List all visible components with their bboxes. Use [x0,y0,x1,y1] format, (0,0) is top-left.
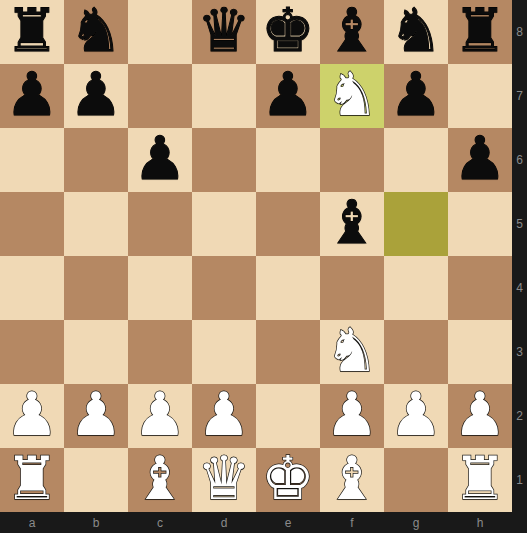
rank-label-5: 5 [512,192,527,256]
square-b2[interactable]: ♟ [64,384,128,448]
square-a6[interactable] [0,128,64,192]
square-h2[interactable]: ♟ [448,384,512,448]
square-d8[interactable]: ♛ [192,0,256,64]
square-b8[interactable]: ♞ [64,0,128,64]
square-d6[interactable] [192,128,256,192]
black-knight-g8[interactable]: ♞ [389,0,443,62]
square-g6[interactable] [384,128,448,192]
file-label-a: a [0,512,64,533]
file-label-b: b [64,512,128,533]
white-bishop-f1[interactable]: ♝ [325,446,379,510]
black-knight-b8[interactable]: ♞ [69,0,123,62]
square-a1[interactable]: ♜ [0,448,64,512]
file-coordinates: abcdefgh [0,512,512,533]
square-c4[interactable] [128,256,192,320]
white-pawn-d2[interactable]: ♟ [197,382,251,446]
square-h8[interactable]: ♜ [448,0,512,64]
square-a2[interactable]: ♟ [0,384,64,448]
rank-label-7: 7 [512,64,527,128]
square-h6[interactable]: ♟ [448,128,512,192]
chess-app: ♜♞♛♚♝♞♜♟♟♟♞♟♟♟♝♞♟♟♟♟♟♟♟♜♝♛♚♝♜ 87654321 a… [0,0,527,533]
square-e8[interactable]: ♚ [256,0,320,64]
file-label-d: d [192,512,256,533]
square-a8[interactable]: ♜ [0,0,64,64]
black-pawn-g7[interactable]: ♟ [389,62,443,126]
white-king-e1[interactable]: ♚ [261,446,315,510]
square-b3[interactable] [64,320,128,384]
square-a7[interactable]: ♟ [0,64,64,128]
square-d7[interactable] [192,64,256,128]
white-pawn-a2[interactable]: ♟ [5,382,59,446]
black-king-e8[interactable]: ♚ [261,0,315,62]
rank-label-2: 2 [512,384,527,448]
square-g4[interactable] [384,256,448,320]
white-rook-a1[interactable]: ♜ [5,446,59,510]
black-pawn-b7[interactable]: ♟ [69,62,123,126]
white-queen-d1[interactable]: ♛ [197,446,251,510]
square-e2[interactable] [256,384,320,448]
square-g5[interactable] [384,192,448,256]
square-b4[interactable] [64,256,128,320]
square-e5[interactable] [256,192,320,256]
white-knight-f7[interactable]: ♞ [325,62,379,126]
square-a5[interactable] [0,192,64,256]
white-knight-f3[interactable]: ♞ [325,318,379,382]
rank-label-8: 8 [512,0,527,64]
square-g8[interactable]: ♞ [384,0,448,64]
square-a4[interactable] [0,256,64,320]
square-b1[interactable] [64,448,128,512]
square-f2[interactable]: ♟ [320,384,384,448]
white-pawn-f2[interactable]: ♟ [325,382,379,446]
square-c3[interactable] [128,320,192,384]
file-label-g: g [384,512,448,533]
square-e4[interactable] [256,256,320,320]
square-b5[interactable] [64,192,128,256]
rank-label-3: 3 [512,320,527,384]
white-rook-h1[interactable]: ♜ [453,446,507,510]
square-c5[interactable] [128,192,192,256]
rank-coordinates: 87654321 [512,0,527,512]
square-d4[interactable] [192,256,256,320]
square-f4[interactable] [320,256,384,320]
square-c6[interactable]: ♟ [128,128,192,192]
rank-label-6: 6 [512,128,527,192]
square-e3[interactable] [256,320,320,384]
square-g1[interactable] [384,448,448,512]
square-d1[interactable]: ♛ [192,448,256,512]
square-f7[interactable]: ♞ [320,64,384,128]
square-g2[interactable]: ♟ [384,384,448,448]
black-pawn-c6[interactable]: ♟ [133,126,187,190]
black-bishop-f5[interactable]: ♝ [325,190,379,254]
square-h4[interactable] [448,256,512,320]
square-b6[interactable] [64,128,128,192]
square-f6[interactable] [320,128,384,192]
file-label-f: f [320,512,384,533]
square-d3[interactable] [192,320,256,384]
white-pawn-c2[interactable]: ♟ [133,382,187,446]
square-c8[interactable] [128,0,192,64]
square-h7[interactable] [448,64,512,128]
square-g7[interactable]: ♟ [384,64,448,128]
square-e1[interactable]: ♚ [256,448,320,512]
white-bishop-c1[interactable]: ♝ [133,446,187,510]
square-c7[interactable] [128,64,192,128]
file-label-c: c [128,512,192,533]
square-f1[interactable]: ♝ [320,448,384,512]
square-e6[interactable] [256,128,320,192]
black-bishop-f8[interactable]: ♝ [325,0,379,62]
square-b7[interactable]: ♟ [64,64,128,128]
square-d2[interactable]: ♟ [192,384,256,448]
square-h3[interactable] [448,320,512,384]
file-label-h: h [448,512,512,533]
white-pawn-b2[interactable]: ♟ [69,382,123,446]
chess-board: ♜♞♛♚♝♞♜♟♟♟♞♟♟♟♝♞♟♟♟♟♟♟♟♜♝♛♚♝♜ [0,0,512,512]
black-rook-a8[interactable]: ♜ [5,0,59,62]
white-pawn-g2[interactable]: ♟ [389,382,443,446]
file-label-e: e [256,512,320,533]
black-pawn-e7[interactable]: ♟ [261,62,315,126]
black-pawn-a7[interactable]: ♟ [5,62,59,126]
black-rook-h8[interactable]: ♜ [453,0,507,62]
square-f5[interactable]: ♝ [320,192,384,256]
black-queen-d8[interactable]: ♛ [197,0,251,62]
square-h5[interactable] [448,192,512,256]
square-c2[interactable]: ♟ [128,384,192,448]
square-h1[interactable]: ♜ [448,448,512,512]
square-e7[interactable]: ♟ [256,64,320,128]
square-f3[interactable]: ♞ [320,320,384,384]
rank-label-4: 4 [512,256,527,320]
rank-label-1: 1 [512,448,527,512]
white-pawn-h2[interactable]: ♟ [453,382,507,446]
black-pawn-h6[interactable]: ♟ [453,126,507,190]
square-a3[interactable] [0,320,64,384]
square-f8[interactable]: ♝ [320,0,384,64]
square-g3[interactable] [384,320,448,384]
square-c1[interactable]: ♝ [128,448,192,512]
square-d5[interactable] [192,192,256,256]
